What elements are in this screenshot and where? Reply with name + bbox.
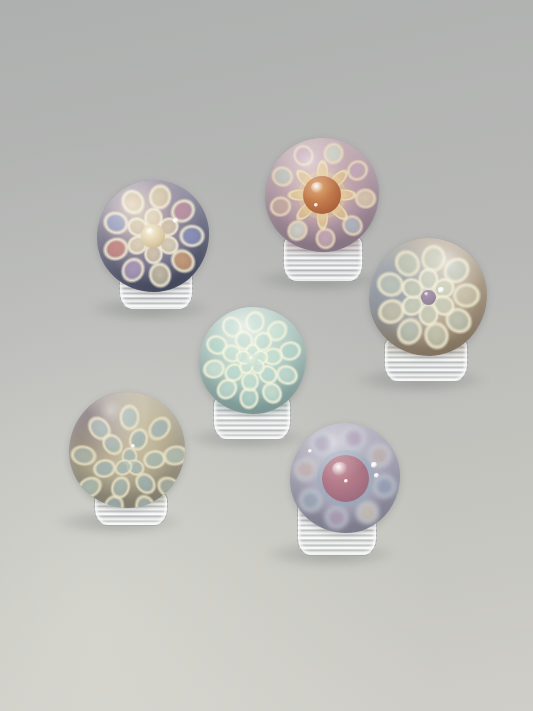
marble-bottom-right xyxy=(290,423,400,533)
marbles-layer xyxy=(0,0,533,711)
marble-bottom-right-highlight xyxy=(290,423,400,533)
marble-bottom-right-group xyxy=(0,0,533,711)
photo-backdrop xyxy=(0,0,533,711)
